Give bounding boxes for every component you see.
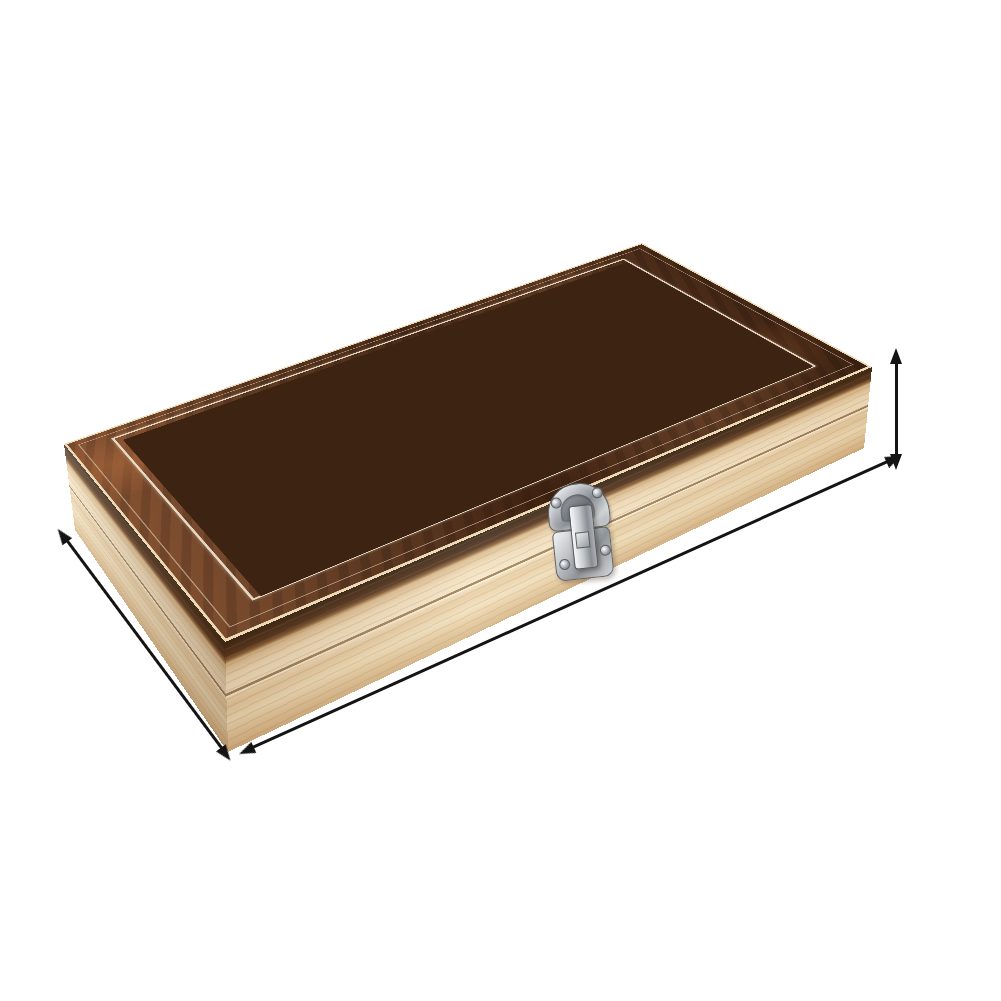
metal-clasp	[539, 479, 625, 586]
product-photo-scene	[0, 0, 1001, 1001]
arrowhead-icon	[53, 525, 72, 545]
height-arrow	[895, 363, 898, 455]
arrowhead-icon	[890, 454, 902, 470]
arrowhead-icon	[890, 348, 902, 364]
